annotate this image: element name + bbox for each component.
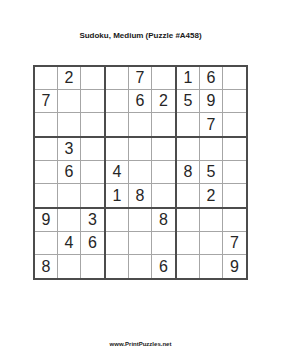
cell-r3c7 [177, 113, 200, 136]
sudoku-box-3: 16597 [177, 67, 246, 138]
cell-r5c5 [129, 161, 152, 184]
cell-r9c5 [129, 255, 152, 278]
cell-r7c2 [58, 209, 81, 232]
cell-r5c7: 8 [177, 161, 200, 184]
cell-r9c6: 6 [152, 255, 175, 278]
cell-r2c9 [223, 90, 246, 113]
page-title: Sudoku, Medium (Puzzle #A458) [0, 31, 281, 40]
cell-r6c6 [152, 184, 175, 207]
cell-r3c4 [106, 113, 129, 136]
sudoku-box-4: 36 [35, 138, 106, 209]
cell-r8c4 [106, 232, 129, 255]
cell-r7c3: 3 [81, 209, 104, 232]
cell-r1c8: 6 [200, 67, 223, 90]
cell-r9c4 [106, 255, 129, 278]
cell-r9c3 [81, 255, 104, 278]
cell-r6c4: 1 [106, 184, 129, 207]
cell-r6c9 [223, 184, 246, 207]
cell-r1c2: 2 [58, 67, 81, 90]
cell-r8c5 [129, 232, 152, 255]
cell-r4c5 [129, 138, 152, 161]
cell-r2c1: 7 [35, 90, 58, 113]
sudoku-box-2: 762 [106, 67, 177, 138]
cell-r4c8 [200, 138, 223, 161]
cell-r2c6: 2 [152, 90, 175, 113]
cell-r8c3: 6 [81, 232, 104, 255]
cell-r4c6 [152, 138, 175, 161]
cell-r5c4: 4 [106, 161, 129, 184]
cell-r9c1: 8 [35, 255, 58, 278]
cell-r2c4 [106, 90, 129, 113]
sudoku-grid: 277621659736418852934688679 [33, 65, 248, 280]
cell-r5c1 [35, 161, 58, 184]
cell-r4c1 [35, 138, 58, 161]
cell-r1c9 [223, 67, 246, 90]
cell-r5c8: 5 [200, 161, 223, 184]
cell-r5c9 [223, 161, 246, 184]
cell-r4c3 [81, 138, 104, 161]
cell-r6c3 [81, 184, 104, 207]
cell-r6c2 [58, 184, 81, 207]
cell-r4c7 [177, 138, 200, 161]
cell-r7c4 [106, 209, 129, 232]
cell-r8c7 [177, 232, 200, 255]
cell-r2c8: 9 [200, 90, 223, 113]
cell-r1c5: 7 [129, 67, 152, 90]
cell-r3c3 [81, 113, 104, 136]
cell-r8c2: 4 [58, 232, 81, 255]
cell-r1c3 [81, 67, 104, 90]
cell-r6c5: 8 [129, 184, 152, 207]
cell-r2c7: 5 [177, 90, 200, 113]
cell-r2c3 [81, 90, 104, 113]
cell-r6c7 [177, 184, 200, 207]
cell-r4c9 [223, 138, 246, 161]
cell-r9c7 [177, 255, 200, 278]
sudoku-box-9: 79 [177, 209, 246, 278]
cell-r6c1 [35, 184, 58, 207]
cell-r8c9: 7 [223, 232, 246, 255]
cell-r5c3 [81, 161, 104, 184]
footer-site-url: www.PrintPuzzles.net [0, 341, 281, 347]
cell-r4c4 [106, 138, 129, 161]
cell-r3c6 [152, 113, 175, 136]
cell-r2c2 [58, 90, 81, 113]
cell-r8c6 [152, 232, 175, 255]
sudoku-box-8: 86 [106, 209, 177, 278]
sudoku-grid-container: 277621659736418852934688679 [0, 65, 281, 280]
cell-r3c9 [223, 113, 246, 136]
sudoku-box-1: 27 [35, 67, 106, 138]
sudoku-box-7: 93468 [35, 209, 106, 278]
cell-r7c8 [200, 209, 223, 232]
cell-r3c2 [58, 113, 81, 136]
cell-r4c2: 3 [58, 138, 81, 161]
cell-r8c8 [200, 232, 223, 255]
cell-r7c1: 9 [35, 209, 58, 232]
cell-r9c2 [58, 255, 81, 278]
cell-r7c5 [129, 209, 152, 232]
cell-r2c5: 6 [129, 90, 152, 113]
printable-puzzle-page: Sudoku, Medium (Puzzle #A458) 2776216597… [0, 0, 281, 363]
cell-r8c1 [35, 232, 58, 255]
sudoku-box-5: 418 [106, 138, 177, 209]
cell-r5c2: 6 [58, 161, 81, 184]
cell-r1c6 [152, 67, 175, 90]
cell-r7c7 [177, 209, 200, 232]
cell-r3c5 [129, 113, 152, 136]
cell-r1c7: 1 [177, 67, 200, 90]
cell-r5c6 [152, 161, 175, 184]
cell-r9c9: 9 [223, 255, 246, 278]
cell-r7c9 [223, 209, 246, 232]
cell-r1c4 [106, 67, 129, 90]
cell-r6c8: 2 [200, 184, 223, 207]
cell-r3c1 [35, 113, 58, 136]
cell-r3c8: 7 [200, 113, 223, 136]
cell-r9c8 [200, 255, 223, 278]
cell-r7c6: 8 [152, 209, 175, 232]
cell-r1c1 [35, 67, 58, 90]
sudoku-box-6: 852 [177, 138, 246, 209]
